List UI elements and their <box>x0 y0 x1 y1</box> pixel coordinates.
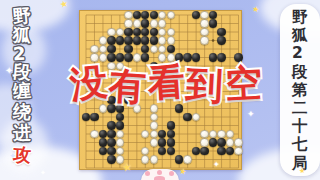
center-title-char: 没 <box>68 63 109 104</box>
white-stone <box>226 138 234 146</box>
right-caption-char: 狐 <box>292 28 308 44</box>
black-stone <box>217 138 225 146</box>
white-stone <box>133 19 141 27</box>
white-stone <box>200 28 208 36</box>
left-caption-char: 狐 <box>12 25 31 44</box>
white-stone <box>158 19 166 27</box>
cat-paw-decoration <box>141 169 179 180</box>
thumbnail-canvas: 野狐2段缠绕进攻 野狐2段第二十七局 没有看到空 ✦★★✦★★✦✦★✦ <box>0 0 320 180</box>
left-caption-char: 进 <box>12 123 31 142</box>
black-stone <box>107 138 115 146</box>
white-stone <box>150 130 158 138</box>
center-title-char: 有 <box>107 66 146 105</box>
right-caption-char: 十 <box>292 119 308 135</box>
right-caption-char: 第 <box>292 83 308 99</box>
right-caption-char: 野 <box>292 10 308 26</box>
black-stone <box>217 28 225 36</box>
star-icon: ✦ <box>9 152 17 161</box>
left-caption-char: 绕 <box>13 103 32 122</box>
center-title-char: 空 <box>224 64 263 103</box>
black-stone <box>133 36 141 44</box>
white-stone <box>183 155 191 163</box>
black-stone <box>183 113 191 121</box>
white-stone <box>200 19 208 27</box>
center-title-char: 到 <box>185 66 224 105</box>
white-stone <box>234 138 242 146</box>
white-stone <box>99 36 107 44</box>
white-stone <box>167 36 175 44</box>
black-stone <box>217 147 225 155</box>
center-title-char: 看 <box>146 62 185 101</box>
black-stone <box>200 147 208 155</box>
black-stone <box>209 138 217 146</box>
white-stone <box>158 36 166 44</box>
black-stone <box>124 36 132 44</box>
white-stone <box>200 130 208 138</box>
star-icon: ✦ <box>5 66 13 76</box>
white-stone <box>200 36 208 44</box>
white-stone <box>116 138 124 146</box>
white-stone <box>150 45 158 53</box>
black-stone <box>158 138 166 146</box>
black-stone <box>107 121 115 129</box>
black-stone <box>107 130 115 138</box>
white-stone <box>200 138 208 146</box>
black-stone <box>209 19 217 27</box>
black-stone <box>167 130 175 138</box>
white-stone <box>217 130 225 138</box>
right-caption-char: 七 <box>292 137 308 153</box>
star-icon: ★ <box>178 167 187 176</box>
right-caption-char: 二 <box>292 101 308 117</box>
paw-pad <box>169 171 174 176</box>
white-stone <box>107 28 115 36</box>
black-stone <box>107 36 115 44</box>
center-title: 没有看到空 <box>70 58 262 108</box>
white-stone <box>90 130 98 138</box>
star-icon: ★ <box>121 161 133 174</box>
star-icon: ✦ <box>40 170 46 177</box>
white-stone <box>167 28 175 36</box>
black-stone <box>150 36 158 44</box>
white-stone <box>167 11 175 19</box>
white-stone <box>150 138 158 146</box>
black-stone <box>107 155 115 163</box>
white-stone <box>124 19 132 27</box>
star-icon: ✦ <box>247 110 255 119</box>
paw-pad <box>154 176 165 180</box>
black-stone <box>116 36 124 44</box>
hoshi-point <box>212 39 215 42</box>
star-icon: ★ <box>251 5 259 14</box>
black-stone <box>167 147 175 155</box>
white-stone <box>150 113 158 121</box>
star-icon: ✦ <box>213 161 220 169</box>
paw-pad <box>145 171 150 176</box>
star-icon: ★ <box>299 168 306 176</box>
white-stone <box>200 11 208 19</box>
black-stone <box>124 28 132 36</box>
black-stone <box>116 121 124 129</box>
black-stone <box>150 11 158 19</box>
white-stone <box>150 121 158 129</box>
right-caption-char: 2 <box>292 46 303 62</box>
black-stone <box>99 138 107 146</box>
black-stone <box>167 138 175 146</box>
black-stone <box>107 147 115 155</box>
right-caption-char: 段 <box>292 65 308 81</box>
black-stone <box>90 113 98 121</box>
white-stone <box>234 147 242 155</box>
black-stone <box>107 45 115 53</box>
black-stone <box>124 45 132 53</box>
black-stone <box>167 45 175 53</box>
white-stone <box>150 19 158 27</box>
white-stone <box>124 11 132 19</box>
paw-pad <box>157 170 162 175</box>
black-stone <box>150 28 158 36</box>
left-caption-char: 缠 <box>12 81 31 100</box>
white-stone <box>90 45 98 53</box>
black-stone <box>217 36 225 44</box>
white-stone <box>150 155 158 163</box>
black-stone <box>175 155 183 163</box>
black-stone <box>167 121 175 129</box>
